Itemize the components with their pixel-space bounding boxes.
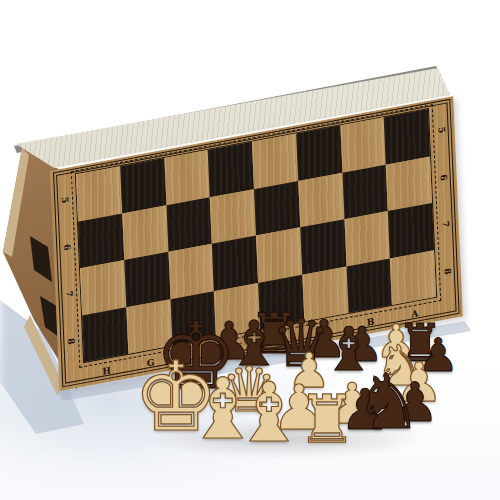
pieces-layer: ♚♟♝♜♛♟♝♟♜♟♟♞♟♚♝♛♝♟♟♜♟♟♞♟ xyxy=(0,0,500,500)
light-bishop-piece: ♝ xyxy=(232,374,306,452)
chess-set-photo: 5678 5678 HGFEDCBA ♚♟♝♜♛♟♝♟♜♟♟♞♟♚♝♛♝♟♟♜♟… xyxy=(0,0,500,500)
dark-knight-piece: ♞ xyxy=(354,366,422,438)
light-rook-piece: ♜ xyxy=(297,389,356,452)
